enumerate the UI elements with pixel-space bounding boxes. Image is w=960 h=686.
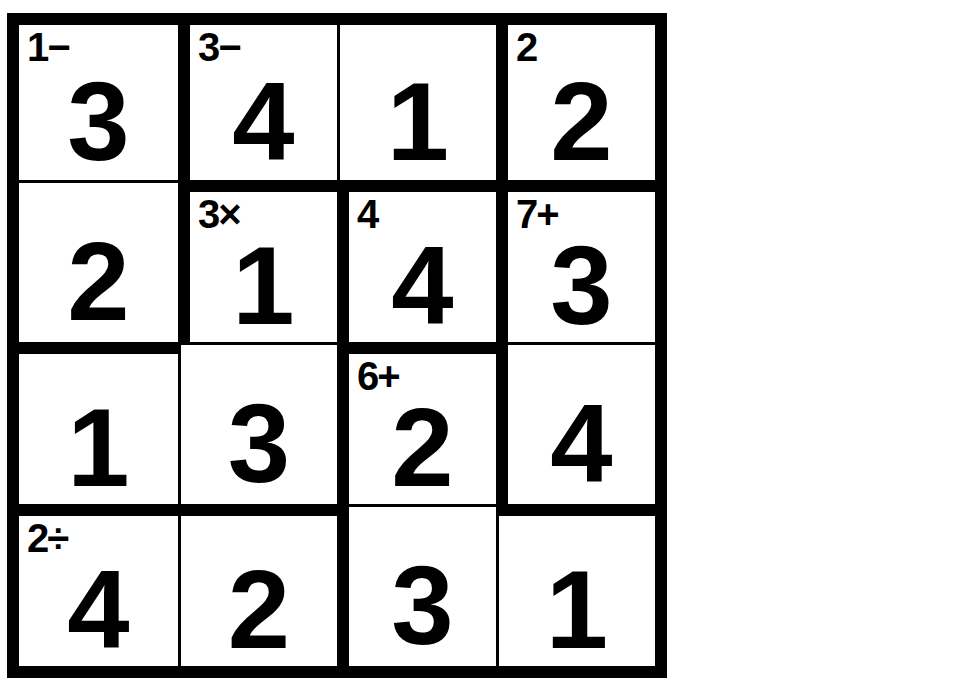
cell-r3c1[interactable]: 1 [19,342,178,504]
cage-clue: 6+ [357,354,399,398]
cell-value: 4 [391,230,453,342]
cell-r4c4[interactable]: 1 [496,504,655,666]
kenken-page: 1− 3 3− 4 1 2 2 2 3× 1 4 4 7+ 3 [0,0,960,686]
cell-value: 3 [228,388,290,500]
cell-r1c3[interactable]: 1 [337,25,496,180]
cell-value: 4 [550,388,612,500]
cell-value: 3 [391,550,453,662]
cell-value: 4 [232,66,294,178]
cell-value: 3 [67,66,129,178]
cell-r1c1[interactable]: 1− 3 [19,25,178,180]
cell-r4c1[interactable]: 2÷ 4 [19,504,178,666]
cell-value: 2 [228,554,290,666]
cage-clue: 3− [198,25,240,69]
cage-clue: 7+ [516,192,558,236]
cage-clue: 2 [516,25,536,69]
kenken-board: 1− 3 3− 4 1 2 2 2 3× 1 4 4 7+ 3 [7,13,667,678]
cage-clue: 3× [198,192,240,236]
cell-r3c3[interactable]: 6+ 2 [337,342,496,504]
cell-value: 1 [232,230,294,342]
cell-r2c3[interactable]: 4 4 [337,180,496,342]
cell-value: 1 [546,554,608,666]
cell-value: 2 [67,226,129,338]
cell-value: 2 [391,392,453,504]
cell-value: 1 [67,392,129,504]
cell-r2c2[interactable]: 3× 1 [178,180,337,342]
cell-r4c3[interactable]: 3 [337,504,496,666]
cage-clue: 2÷ [27,516,67,560]
cell-r3c2[interactable]: 3 [178,342,337,504]
cage-clue: 1− [27,25,69,69]
cell-value: 3 [550,230,612,342]
cell-value: 2 [550,66,612,178]
cell-value: 4 [67,554,129,666]
cell-r1c2[interactable]: 3− 4 [178,25,337,180]
cell-r4c2[interactable]: 2 [178,504,337,666]
cell-r1c4[interactable]: 2 2 [496,25,655,180]
cell-r2c1[interactable]: 2 [19,180,178,342]
cage-clue: 4 [357,192,377,236]
cell-r3c4[interactable]: 4 [496,342,655,504]
cell-r2c4[interactable]: 7+ 3 [496,180,655,342]
cell-value: 1 [387,66,449,178]
